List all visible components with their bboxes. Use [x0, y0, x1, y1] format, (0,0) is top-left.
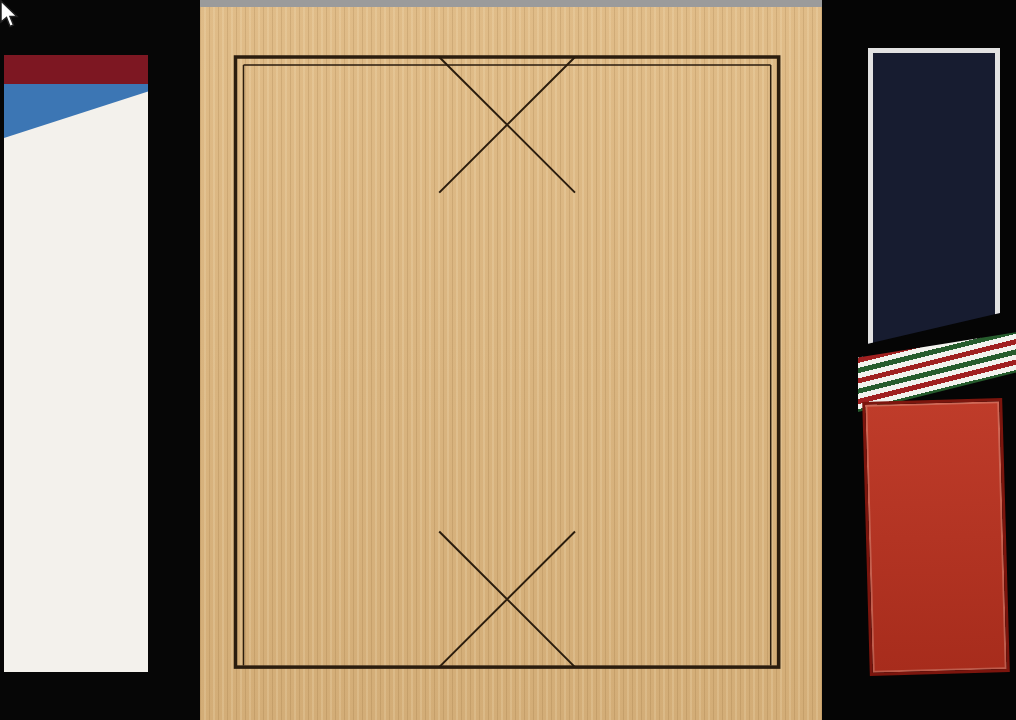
year-banner [4, 55, 148, 85]
subtitle-banner [862, 398, 1010, 676]
left-banner-strip [4, 55, 148, 672]
xiangqi-video-frame: { "game": "xiangqi", "position": { "fen"… [0, 0, 1016, 720]
slogan-text [4, 99, 148, 669]
top-grey-bar [200, 0, 822, 7]
right-banner-panel [822, 0, 1016, 720]
board-grid [236, 57, 779, 667]
left-banner-panel [0, 0, 200, 720]
series-title-banner [868, 48, 1000, 356]
xiangqi-board[interactable] [200, 0, 822, 720]
